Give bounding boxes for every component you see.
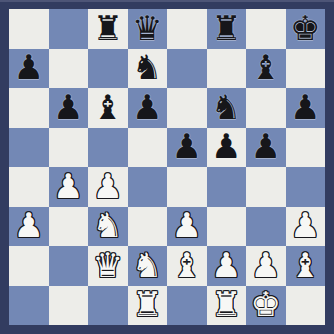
white-bishop-h2[interactable]: ♝ xyxy=(290,248,320,282)
black-pawn-a7[interactable]: ♟ xyxy=(14,50,44,84)
square-c1[interactable] xyxy=(88,286,128,326)
white-pawn-c4[interactable]: ♟ xyxy=(93,169,123,203)
square-c4[interactable]: ♟ xyxy=(88,167,128,207)
black-pawn-b6[interactable]: ♟ xyxy=(53,90,83,124)
black-rook-c8[interactable]: ♜ xyxy=(93,11,123,45)
square-d5[interactable] xyxy=(128,128,168,168)
black-pawn-f5[interactable]: ♟ xyxy=(211,129,241,163)
white-pawn-h3[interactable]: ♟ xyxy=(290,208,320,242)
square-b6[interactable]: ♟ xyxy=(49,88,89,128)
square-f7[interactable] xyxy=(207,49,247,89)
square-b2[interactable] xyxy=(49,246,89,286)
white-rook-f1[interactable]: ♜ xyxy=(211,287,241,321)
square-e5[interactable]: ♟ xyxy=(167,128,207,168)
square-e4[interactable] xyxy=(167,167,207,207)
square-g4[interactable] xyxy=(246,167,286,207)
square-h1[interactable] xyxy=(286,286,326,326)
square-f1[interactable]: ♜ xyxy=(207,286,247,326)
square-d8[interactable]: ♛ xyxy=(128,9,168,49)
square-d6[interactable]: ♟ xyxy=(128,88,168,128)
square-a1[interactable] xyxy=(9,286,49,326)
square-b1[interactable] xyxy=(49,286,89,326)
square-a7[interactable]: ♟ xyxy=(9,49,49,89)
square-b3[interactable] xyxy=(49,207,89,247)
white-king-g1[interactable]: ♚ xyxy=(251,287,281,321)
square-h5[interactable] xyxy=(286,128,326,168)
white-pawn-a3[interactable]: ♟ xyxy=(14,208,44,242)
square-g6[interactable] xyxy=(246,88,286,128)
square-d4[interactable] xyxy=(128,167,168,207)
square-g8[interactable] xyxy=(246,9,286,49)
board-frame: ♜♛♜♚♟♞♝♟♝♟♞♟♟♟♟♟♟♟♞♟♟♛♞♝♟♟♝♜♜♚ xyxy=(0,0,334,334)
square-b8[interactable] xyxy=(49,9,89,49)
white-bishop-e2[interactable]: ♝ xyxy=(172,248,202,282)
square-g2[interactable]: ♟ xyxy=(246,246,286,286)
square-c3[interactable]: ♞ xyxy=(88,207,128,247)
square-e3[interactable]: ♟ xyxy=(167,207,207,247)
square-a5[interactable] xyxy=(9,128,49,168)
white-pawn-e3[interactable]: ♟ xyxy=(172,208,202,242)
black-knight-f6[interactable]: ♞ xyxy=(211,90,241,124)
black-king-h8[interactable]: ♚ xyxy=(290,11,320,45)
square-g1[interactable]: ♚ xyxy=(246,286,286,326)
square-b5[interactable] xyxy=(49,128,89,168)
square-g3[interactable] xyxy=(246,207,286,247)
square-h6[interactable]: ♟ xyxy=(286,88,326,128)
black-pawn-e5[interactable]: ♟ xyxy=(172,129,202,163)
square-f8[interactable]: ♜ xyxy=(207,9,247,49)
square-e7[interactable] xyxy=(167,49,207,89)
white-knight-d2[interactable]: ♞ xyxy=(132,248,162,282)
black-bishop-g7[interactable]: ♝ xyxy=(251,50,281,84)
square-h4[interactable] xyxy=(286,167,326,207)
square-b7[interactable] xyxy=(49,49,89,89)
square-f4[interactable] xyxy=(207,167,247,207)
square-g7[interactable]: ♝ xyxy=(246,49,286,89)
black-pawn-d6[interactable]: ♟ xyxy=(132,90,162,124)
black-pawn-h6[interactable]: ♟ xyxy=(290,90,320,124)
square-h8[interactable]: ♚ xyxy=(286,9,326,49)
black-knight-d7[interactable]: ♞ xyxy=(132,50,162,84)
chess-board[interactable]: ♜♛♜♚♟♞♝♟♝♟♞♟♟♟♟♟♟♟♞♟♟♛♞♝♟♟♝♜♜♚ xyxy=(9,9,325,325)
square-f2[interactable]: ♟ xyxy=(207,246,247,286)
square-a2[interactable] xyxy=(9,246,49,286)
black-bishop-c6[interactable]: ♝ xyxy=(93,90,123,124)
white-rook-d1[interactable]: ♜ xyxy=(132,287,162,321)
square-f3[interactable] xyxy=(207,207,247,247)
square-c2[interactable]: ♛ xyxy=(88,246,128,286)
square-a3[interactable]: ♟ xyxy=(9,207,49,247)
square-h3[interactable]: ♟ xyxy=(286,207,326,247)
black-queen-d8[interactable]: ♛ xyxy=(132,11,162,45)
white-pawn-b4[interactable]: ♟ xyxy=(53,169,83,203)
square-c6[interactable]: ♝ xyxy=(88,88,128,128)
square-f5[interactable]: ♟ xyxy=(207,128,247,168)
square-c7[interactable] xyxy=(88,49,128,89)
white-queen-c2[interactable]: ♛ xyxy=(93,248,123,282)
square-g5[interactable]: ♟ xyxy=(246,128,286,168)
square-h2[interactable]: ♝ xyxy=(286,246,326,286)
square-a6[interactable] xyxy=(9,88,49,128)
frame-top-highlight xyxy=(0,0,334,2)
black-pawn-g5[interactable]: ♟ xyxy=(251,129,281,163)
square-d1[interactable]: ♜ xyxy=(128,286,168,326)
square-d7[interactable]: ♞ xyxy=(128,49,168,89)
square-c5[interactable] xyxy=(88,128,128,168)
square-c8[interactable]: ♜ xyxy=(88,9,128,49)
square-h7[interactable] xyxy=(286,49,326,89)
square-e2[interactable]: ♝ xyxy=(167,246,207,286)
square-f6[interactable]: ♞ xyxy=(207,88,247,128)
square-a4[interactable] xyxy=(9,167,49,207)
square-a8[interactable] xyxy=(9,9,49,49)
black-rook-f8[interactable]: ♜ xyxy=(211,11,241,45)
square-e8[interactable] xyxy=(167,9,207,49)
white-pawn-g2[interactable]: ♟ xyxy=(251,248,281,282)
square-e1[interactable] xyxy=(167,286,207,326)
square-b4[interactable]: ♟ xyxy=(49,167,89,207)
square-d3[interactable] xyxy=(128,207,168,247)
white-pawn-f2[interactable]: ♟ xyxy=(211,248,241,282)
square-e6[interactable] xyxy=(167,88,207,128)
square-d2[interactable]: ♞ xyxy=(128,246,168,286)
white-knight-c3[interactable]: ♞ xyxy=(93,208,123,242)
